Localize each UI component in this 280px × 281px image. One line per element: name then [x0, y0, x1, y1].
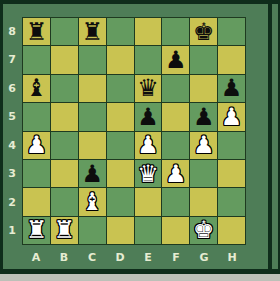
square-e2[interactable] [135, 188, 162, 215]
square-b7[interactable] [51, 46, 78, 73]
white-pawn: ♟ [137, 133, 159, 157]
square-e5[interactable]: ♟ [135, 103, 162, 130]
square-g3[interactable] [190, 160, 217, 187]
square-e7[interactable] [135, 46, 162, 73]
black-pawn: ♟ [81, 162, 103, 186]
square-b6[interactable] [51, 75, 78, 102]
square-g5[interactable]: ♟ [190, 103, 217, 130]
square-h6[interactable]: ♟ [218, 75, 245, 102]
rank-label-8: 8 [3, 17, 21, 46]
square-f4[interactable] [162, 132, 189, 159]
file-label-h: H [218, 246, 246, 268]
square-f6[interactable] [162, 75, 189, 102]
square-g2[interactable] [190, 188, 217, 215]
rank-labels: 87654321 [3, 17, 21, 245]
black-pawn: ♟ [137, 105, 159, 129]
white-rook: ♜ [54, 218, 76, 242]
square-a8[interactable]: ♜ [23, 18, 50, 45]
square-f7[interactable]: ♟ [162, 46, 189, 73]
square-c8[interactable]: ♜ [79, 18, 106, 45]
square-c5[interactable] [79, 103, 106, 130]
square-f1[interactable] [162, 217, 189, 244]
square-d7[interactable] [107, 46, 134, 73]
square-h7[interactable] [218, 46, 245, 73]
frame-edge-right-inner [268, 3, 272, 274]
square-b5[interactable] [51, 103, 78, 130]
square-e4[interactable]: ♟ [135, 132, 162, 159]
rank-label-3: 3 [3, 160, 21, 189]
page-background-strip [0, 274, 280, 281]
square-h1[interactable] [218, 217, 245, 244]
square-g8[interactable]: ♚ [190, 18, 217, 45]
file-label-g: G [190, 246, 218, 268]
rank-label-1: 1 [3, 217, 21, 246]
file-label-d: D [106, 246, 134, 268]
square-g4[interactable]: ♟ [190, 132, 217, 159]
file-label-a: A [22, 246, 50, 268]
square-a1[interactable]: ♜ [23, 217, 50, 244]
white-king: ♚ [193, 218, 215, 242]
file-label-c: C [78, 246, 106, 268]
square-c2[interactable]: ♝ [79, 188, 106, 215]
white-bishop: ♝ [81, 190, 103, 214]
white-pawn: ♟ [221, 105, 243, 129]
square-d3[interactable] [107, 160, 134, 187]
square-h4[interactable] [218, 132, 245, 159]
white-pawn: ♟ [193, 133, 215, 157]
square-a2[interactable] [23, 188, 50, 215]
board-frame: 87654321 ♜♜♚♟♝♛♟♟♟♟♟♟♟♟♛♟♝♜♜♚ ABCDEFGH [0, 0, 280, 281]
chess-board: ♜♜♚♟♝♛♟♟♟♟♟♟♟♟♛♟♝♜♜♚ [22, 17, 246, 245]
square-b1[interactable]: ♜ [51, 217, 78, 244]
square-b3[interactable] [51, 160, 78, 187]
square-f8[interactable] [162, 18, 189, 45]
square-g7[interactable] [190, 46, 217, 73]
black-pawn: ♟ [193, 105, 215, 129]
square-h8[interactable] [218, 18, 245, 45]
square-d5[interactable] [107, 103, 134, 130]
white-pawn: ♟ [165, 162, 187, 186]
square-g1[interactable]: ♚ [190, 217, 217, 244]
frame-edge-right-outer [278, 0, 280, 275]
square-d6[interactable] [107, 75, 134, 102]
square-h3[interactable] [218, 160, 245, 187]
square-c1[interactable] [79, 217, 106, 244]
square-b2[interactable] [51, 188, 78, 215]
square-e3[interactable]: ♛ [135, 160, 162, 187]
file-label-e: E [134, 246, 162, 268]
file-label-f: F [162, 246, 190, 268]
black-bishop: ♝ [26, 76, 48, 100]
square-d4[interactable] [107, 132, 134, 159]
white-rook: ♜ [26, 218, 48, 242]
rank-label-5: 5 [3, 103, 21, 132]
file-labels: ABCDEFGH [22, 246, 246, 268]
square-h2[interactable] [218, 188, 245, 215]
square-a4[interactable]: ♟ [23, 132, 50, 159]
file-label-b: B [50, 246, 78, 268]
rank-label-2: 2 [3, 188, 21, 217]
square-d1[interactable] [107, 217, 134, 244]
rank-label-4: 4 [3, 131, 21, 160]
square-c6[interactable] [79, 75, 106, 102]
black-rook: ♜ [26, 20, 48, 44]
square-b8[interactable] [51, 18, 78, 45]
square-c7[interactable] [79, 46, 106, 73]
black-rook: ♜ [81, 20, 103, 44]
black-pawn: ♟ [221, 76, 243, 100]
square-c4[interactable] [79, 132, 106, 159]
black-queen: ♛ [137, 76, 159, 100]
square-e8[interactable] [135, 18, 162, 45]
white-pawn: ♟ [26, 133, 48, 157]
square-g6[interactable] [190, 75, 217, 102]
frame-edge-top [0, 0, 280, 4]
square-d2[interactable] [107, 188, 134, 215]
rank-label-6: 6 [3, 74, 21, 103]
square-a7[interactable] [23, 46, 50, 73]
square-a5[interactable] [23, 103, 50, 130]
square-e1[interactable] [135, 217, 162, 244]
square-d8[interactable] [107, 18, 134, 45]
square-b4[interactable] [51, 132, 78, 159]
square-f3[interactable]: ♟ [162, 160, 189, 187]
black-pawn: ♟ [165, 48, 187, 72]
white-queen: ♛ [137, 162, 159, 186]
square-a6[interactable]: ♝ [23, 75, 50, 102]
square-f5[interactable] [162, 103, 189, 130]
square-c3[interactable]: ♟ [79, 160, 106, 187]
square-e6[interactable]: ♛ [135, 75, 162, 102]
square-f2[interactable] [162, 188, 189, 215]
square-h5[interactable]: ♟ [218, 103, 245, 130]
rank-label-7: 7 [3, 46, 21, 75]
square-a3[interactable] [23, 160, 50, 187]
black-king: ♚ [193, 20, 215, 44]
